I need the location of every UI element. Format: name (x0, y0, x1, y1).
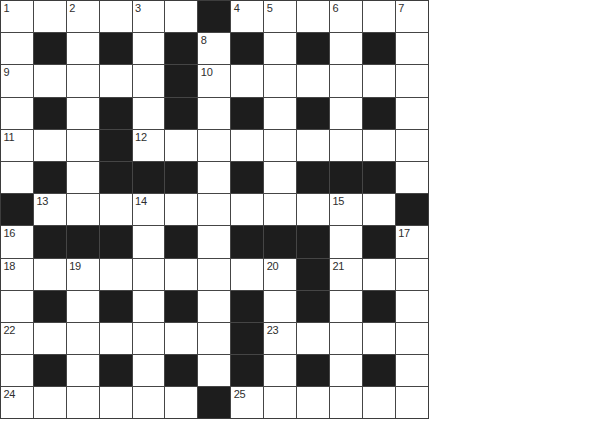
block-cell-r5c3 (100, 162, 132, 193)
cell-r10c6[interactable] (198, 323, 230, 354)
cell-r8c2[interactable]: 19 (67, 259, 99, 290)
cell-r1c4[interactable] (133, 33, 165, 64)
block-cell-r4c3 (100, 130, 132, 161)
cell-r11c6[interactable] (198, 355, 230, 386)
cell-r1c8[interactable] (264, 33, 296, 64)
cell-r0c1[interactable] (34, 1, 66, 32)
block-cell-r7c7 (231, 226, 263, 257)
cell-r5c0[interactable] (1, 162, 33, 193)
cell-r0c5[interactable] (165, 1, 197, 32)
cell-r10c8[interactable]: 23 (264, 323, 296, 354)
cell-r8c4[interactable] (133, 259, 165, 290)
cell-r10c10[interactable] (330, 323, 362, 354)
cell-r4c10[interactable] (330, 130, 362, 161)
clue-number-19: 19 (69, 260, 81, 272)
cell-r8c10[interactable]: 21 (330, 259, 362, 290)
clue-number-7: 7 (398, 2, 404, 14)
cell-r10c11[interactable] (363, 323, 395, 354)
cell-r11c12[interactable] (396, 355, 428, 386)
cell-r7c10[interactable] (330, 226, 362, 257)
cell-r12c4[interactable] (133, 387, 165, 418)
clue-number-9: 9 (4, 66, 10, 78)
block-cell-r7c1 (34, 226, 66, 257)
cell-r5c12[interactable] (396, 162, 428, 193)
cell-r2c6[interactable]: 10 (198, 65, 230, 96)
clue-number-25: 25 (234, 388, 246, 400)
clue-number-23: 23 (267, 324, 279, 336)
block-cell-r12c6 (198, 387, 230, 418)
clue-number-8: 8 (201, 34, 207, 46)
clue-number-22: 22 (4, 324, 16, 336)
cell-r2c1[interactable] (34, 65, 66, 96)
block-cell-r1c1 (34, 33, 66, 64)
block-cell-r9c7 (231, 291, 263, 322)
clue-number-2: 2 (69, 2, 75, 14)
cell-r4c1[interactable] (34, 130, 66, 161)
cell-r6c1[interactable]: 13 (34, 194, 66, 225)
clue-number-17: 17 (398, 227, 410, 239)
block-cell-r1c3 (100, 33, 132, 64)
cell-r3c10[interactable] (330, 98, 362, 129)
cell-r5c6[interactable] (198, 162, 230, 193)
cell-r12c9[interactable] (297, 387, 329, 418)
block-cell-r6c12 (396, 194, 428, 225)
cell-r2c2[interactable] (67, 65, 99, 96)
cell-r10c12[interactable] (396, 323, 428, 354)
cell-r0c9[interactable] (297, 1, 329, 32)
block-cell-r3c9 (297, 98, 329, 129)
cell-r4c9[interactable] (297, 130, 329, 161)
block-cell-r3c3 (100, 98, 132, 129)
block-cell-r6c0 (1, 194, 33, 225)
cell-r1c12[interactable] (396, 33, 428, 64)
cell-r0c8[interactable]: 5 (264, 1, 296, 32)
block-cell-r2c5 (165, 65, 197, 96)
cell-r9c4[interactable] (133, 291, 165, 322)
clue-number-24: 24 (4, 388, 16, 400)
cell-r0c7[interactable]: 4 (231, 1, 263, 32)
cell-r6c7[interactable] (231, 194, 263, 225)
cell-r11c4[interactable] (133, 355, 165, 386)
cell-r0c10[interactable]: 6 (330, 1, 362, 32)
cell-r3c0[interactable] (1, 98, 33, 129)
cell-r3c6[interactable] (198, 98, 230, 129)
cell-r4c5[interactable] (165, 130, 197, 161)
cell-r11c8[interactable] (264, 355, 296, 386)
cell-r12c0[interactable]: 24 (1, 387, 33, 418)
cell-r10c1[interactable] (34, 323, 66, 354)
block-cell-r10c7 (231, 323, 263, 354)
cell-r6c2[interactable] (67, 194, 99, 225)
block-cell-r5c9 (297, 162, 329, 193)
block-cell-r11c1 (34, 355, 66, 386)
block-cell-r7c5 (165, 226, 197, 257)
cell-r12c1[interactable] (34, 387, 66, 418)
cell-r12c12[interactable] (396, 387, 428, 418)
block-cell-r3c11 (363, 98, 395, 129)
cell-r4c8[interactable] (264, 130, 296, 161)
block-cell-r11c7 (231, 355, 263, 386)
clue-number-16: 16 (4, 227, 16, 239)
clue-number-14: 14 (135, 195, 147, 207)
cell-r5c2[interactable] (67, 162, 99, 193)
cell-r2c11[interactable] (363, 65, 395, 96)
cell-r3c12[interactable] (396, 98, 428, 129)
block-cell-r3c7 (231, 98, 263, 129)
cell-r10c3[interactable] (100, 323, 132, 354)
cell-r4c12[interactable] (396, 130, 428, 161)
cell-r1c0[interactable] (1, 33, 33, 64)
clue-number-21: 21 (332, 260, 344, 272)
cell-r11c0[interactable] (1, 355, 33, 386)
cell-r6c11[interactable] (363, 194, 395, 225)
block-cell-r9c1 (34, 291, 66, 322)
cell-r6c10[interactable]: 15 (330, 194, 362, 225)
cell-r12c5[interactable] (165, 387, 197, 418)
cell-r7c0[interactable]: 16 (1, 226, 33, 257)
block-cell-r1c5 (165, 33, 197, 64)
cell-r2c12[interactable] (396, 65, 428, 96)
block-cell-r1c9 (297, 33, 329, 64)
cell-r6c8[interactable] (264, 194, 296, 225)
cell-r8c5[interactable] (165, 259, 197, 290)
block-cell-r9c11 (363, 291, 395, 322)
cell-r4c4[interactable]: 12 (133, 130, 165, 161)
cell-r0c11[interactable] (363, 1, 395, 32)
cell-r4c6[interactable] (198, 130, 230, 161)
cell-r4c0[interactable]: 11 (1, 130, 33, 161)
block-cell-r1c11 (363, 33, 395, 64)
clue-number-10: 10 (201, 66, 213, 78)
cell-r10c0[interactable]: 22 (1, 323, 33, 354)
clue-number-20: 20 (267, 260, 279, 272)
cell-r10c4[interactable] (133, 323, 165, 354)
cell-r6c4[interactable]: 14 (133, 194, 165, 225)
block-cell-r11c9 (297, 355, 329, 386)
cell-r8c7[interactable] (231, 259, 263, 290)
clue-number-18: 18 (4, 260, 16, 272)
block-cell-r5c4 (133, 162, 165, 193)
cell-r12c3[interactable] (100, 387, 132, 418)
cell-r12c7[interactable]: 25 (231, 387, 263, 418)
block-cell-r9c9 (297, 291, 329, 322)
cell-r6c6[interactable] (198, 194, 230, 225)
clue-number-15: 15 (332, 195, 344, 207)
cell-r0c12[interactable]: 7 (396, 1, 428, 32)
block-cell-r7c8 (264, 226, 296, 257)
block-cell-r11c11 (363, 355, 395, 386)
clue-number-12: 12 (135, 131, 147, 143)
cell-r1c10[interactable] (330, 33, 362, 64)
cell-r8c0[interactable]: 18 (1, 259, 33, 290)
cell-r0c2[interactable]: 2 (67, 1, 99, 32)
cell-r2c0[interactable]: 9 (1, 65, 33, 96)
cell-r9c2[interactable] (67, 291, 99, 322)
cell-r2c9[interactable] (297, 65, 329, 96)
cell-r3c4[interactable] (133, 98, 165, 129)
cell-r9c10[interactable] (330, 291, 362, 322)
cell-r8c8[interactable]: 20 (264, 259, 296, 290)
cell-r7c6[interactable] (198, 226, 230, 257)
block-cell-r0c6 (198, 1, 230, 32)
cell-r1c2[interactable] (67, 33, 99, 64)
cell-r9c6[interactable] (198, 291, 230, 322)
block-cell-r7c2 (67, 226, 99, 257)
clue-number-4: 4 (234, 2, 240, 14)
cell-r10c9[interactable] (297, 323, 329, 354)
block-cell-r9c3 (100, 291, 132, 322)
crossword-grid: 1234567891011121314151617181920212223242… (0, 0, 429, 419)
cell-r8c1[interactable] (34, 259, 66, 290)
cell-r6c5[interactable] (165, 194, 197, 225)
cell-r6c9[interactable] (297, 194, 329, 225)
cell-r4c11[interactable] (363, 130, 395, 161)
cell-r9c0[interactable] (1, 291, 33, 322)
cell-r12c8[interactable] (264, 387, 296, 418)
cell-r4c2[interactable] (67, 130, 99, 161)
cell-r7c4[interactable] (133, 226, 165, 257)
block-cell-r1c7 (231, 33, 263, 64)
cell-r2c3[interactable] (100, 65, 132, 96)
block-cell-r3c1 (34, 98, 66, 129)
cell-r12c11[interactable] (363, 387, 395, 418)
clue-number-6: 6 (332, 2, 338, 14)
cell-r0c0[interactable]: 1 (1, 1, 33, 32)
block-cell-r11c5 (165, 355, 197, 386)
cell-r12c10[interactable] (330, 387, 362, 418)
block-cell-r8c9 (297, 259, 329, 290)
cell-r11c10[interactable] (330, 355, 362, 386)
cell-r3c2[interactable] (67, 98, 99, 129)
cell-r1c6[interactable]: 8 (198, 33, 230, 64)
cell-r2c8[interactable] (264, 65, 296, 96)
cell-r8c3[interactable] (100, 259, 132, 290)
cell-r10c2[interactable] (67, 323, 99, 354)
cell-r7c12[interactable]: 17 (396, 226, 428, 257)
block-cell-r7c9 (297, 226, 329, 257)
block-cell-r5c7 (231, 162, 263, 193)
block-cell-r5c10 (330, 162, 362, 193)
cell-r8c11[interactable] (363, 259, 395, 290)
clue-number-11: 11 (4, 131, 15, 143)
block-cell-r5c1 (34, 162, 66, 193)
cell-r9c12[interactable] (396, 291, 428, 322)
cell-r10c5[interactable] (165, 323, 197, 354)
page-background: 1234567891011121314151617181920212223242… (0, 0, 602, 427)
block-cell-r9c5 (165, 291, 197, 322)
block-cell-r3c5 (165, 98, 197, 129)
cell-r5c8[interactable] (264, 162, 296, 193)
cell-r8c12[interactable] (396, 259, 428, 290)
clue-number-1: 1 (4, 2, 10, 14)
clue-number-13: 13 (36, 195, 48, 207)
block-cell-r11c3 (100, 355, 132, 386)
cell-r0c4[interactable]: 3 (133, 1, 165, 32)
cell-r2c4[interactable] (133, 65, 165, 96)
cell-r9c8[interactable] (264, 291, 296, 322)
block-cell-r5c5 (165, 162, 197, 193)
cell-r2c10[interactable] (330, 65, 362, 96)
block-cell-r7c3 (100, 226, 132, 257)
cell-r2c7[interactable] (231, 65, 263, 96)
clue-number-5: 5 (267, 2, 273, 14)
cell-r6c3[interactable] (100, 194, 132, 225)
block-cell-r5c11 (363, 162, 395, 193)
cell-r12c2[interactable] (67, 387, 99, 418)
block-cell-r7c11 (363, 226, 395, 257)
clue-number-3: 3 (135, 2, 141, 14)
cell-r11c2[interactable] (67, 355, 99, 386)
cell-r0c3[interactable] (100, 1, 132, 32)
cell-r3c8[interactable] (264, 98, 296, 129)
cell-r8c6[interactable] (198, 259, 230, 290)
cell-r4c7[interactable] (231, 130, 263, 161)
